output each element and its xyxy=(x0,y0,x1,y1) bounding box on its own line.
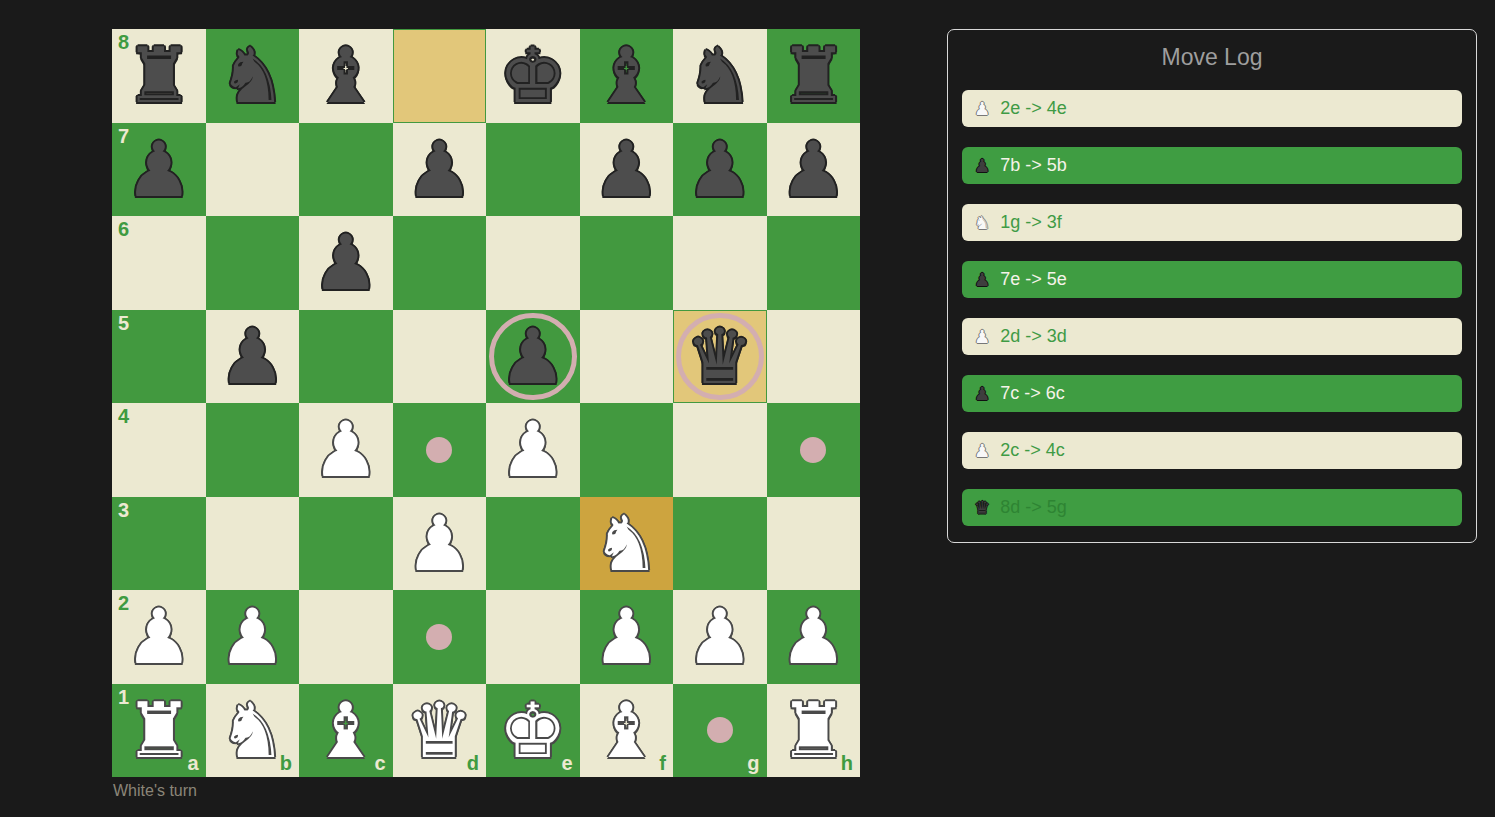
square-h7[interactable]: ♟ xyxy=(767,123,861,217)
square-a6[interactable]: 6 xyxy=(112,216,206,310)
square-f5[interactable] xyxy=(580,310,674,404)
rank-label-2: 2 xyxy=(118,592,129,615)
file-label-e: e xyxy=(561,752,572,775)
move-log-entry-3: ♞1g -> 3f xyxy=(962,204,1462,241)
square-a5[interactable]: 5 xyxy=(112,310,206,404)
legal-move-dot[interactable] xyxy=(707,717,733,743)
square-h3[interactable] xyxy=(767,497,861,591)
piece-black-pawn[interactable]: ♟ xyxy=(686,123,754,217)
rank-label-8: 8 xyxy=(118,31,129,54)
chess-board: 8♜♞♝♚♝♞♜7♟♟♟♟♟6♟5♟♟♛4♟♟3♟♞2♟♟♟♟♟1a♜b♞c♝d… xyxy=(112,29,860,777)
rank-label-1: 1 xyxy=(118,686,129,709)
piece-black-king[interactable]: ♚ xyxy=(499,29,567,123)
piece-white-bishop[interactable]: ♝ xyxy=(592,684,660,778)
square-e6[interactable] xyxy=(486,216,580,310)
piece-black-pawn[interactable]: ♟ xyxy=(218,310,286,404)
move-log-entry-7: ♟2c -> 4c xyxy=(962,432,1462,469)
square-d6[interactable] xyxy=(393,216,487,310)
square-c5[interactable] xyxy=(299,310,393,404)
piece-black-pawn[interactable]: ♟ xyxy=(405,123,473,217)
square-a3[interactable]: 3 xyxy=(112,497,206,591)
black-queen-icon: ♛ xyxy=(974,499,990,517)
file-label-a: a xyxy=(187,752,198,775)
square-d8[interactable] xyxy=(393,29,487,123)
square-e5[interactable]: ♟ xyxy=(486,310,580,404)
square-a2[interactable]: 2♟ xyxy=(112,590,206,684)
move-log-panel: Move Log ♟2e -> 4e♟7b -> 5b♞1g -> 3f♟7e … xyxy=(947,29,1477,543)
square-e4[interactable]: ♟ xyxy=(486,403,580,497)
piece-white-pawn[interactable]: ♟ xyxy=(686,590,754,684)
square-f3[interactable]: ♞ xyxy=(580,497,674,591)
square-a4[interactable]: 4 xyxy=(112,403,206,497)
square-g2[interactable]: ♟ xyxy=(673,590,767,684)
move-log-list: ♟2e -> 4e♟7b -> 5b♞1g -> 3f♟7e -> 5e♟2d … xyxy=(962,90,1462,526)
file-label-c: c xyxy=(374,752,385,775)
file-label-d: d xyxy=(467,752,479,775)
white-knight-icon: ♞ xyxy=(974,214,990,232)
piece-black-pawn[interactable]: ♟ xyxy=(125,123,193,217)
square-h5[interactable] xyxy=(767,310,861,404)
move-text: 2c -> 4c xyxy=(1000,440,1065,461)
square-f6[interactable] xyxy=(580,216,674,310)
square-e3[interactable] xyxy=(486,497,580,591)
square-b3[interactable] xyxy=(206,497,300,591)
square-h1[interactable]: h♜ xyxy=(767,684,861,778)
square-c1[interactable]: c♝ xyxy=(299,684,393,778)
move-log-entry-1: ♟2e -> 4e xyxy=(962,90,1462,127)
square-b8[interactable]: ♞ xyxy=(206,29,300,123)
piece-white-pawn[interactable]: ♟ xyxy=(499,403,567,497)
piece-white-king[interactable]: ♚ xyxy=(499,684,567,778)
file-label-f: f xyxy=(659,752,666,775)
piece-white-rook[interactable]: ♜ xyxy=(779,684,847,778)
white-pawn-icon: ♟ xyxy=(974,442,990,460)
file-label-b: b xyxy=(280,752,292,775)
square-f4[interactable] xyxy=(580,403,674,497)
piece-white-pawn[interactable]: ♟ xyxy=(312,403,380,497)
square-a7[interactable]: 7♟ xyxy=(112,123,206,217)
piece-black-pawn[interactable]: ♟ xyxy=(779,123,847,217)
square-d4[interactable] xyxy=(393,403,487,497)
file-label-g: g xyxy=(747,752,759,775)
square-h6[interactable] xyxy=(767,216,861,310)
rank-label-4: 4 xyxy=(118,405,129,428)
piece-white-pawn[interactable]: ♟ xyxy=(125,590,193,684)
square-c6[interactable]: ♟ xyxy=(299,216,393,310)
square-c4[interactable]: ♟ xyxy=(299,403,393,497)
square-f1[interactable]: f♝ xyxy=(580,684,674,778)
square-g5[interactable]: ♛ xyxy=(673,310,767,404)
move-log-entry-5: ♟2d -> 3d xyxy=(962,318,1462,355)
square-g1[interactable]: g xyxy=(673,684,767,778)
piece-black-rook[interactable]: ♜ xyxy=(125,29,193,123)
piece-black-pawn[interactable]: ♟ xyxy=(592,123,660,217)
piece-black-bishop[interactable]: ♝ xyxy=(592,29,660,123)
move-text: 7b -> 5b xyxy=(1000,155,1067,176)
legal-move-dot[interactable] xyxy=(426,437,452,463)
rank-label-7: 7 xyxy=(118,125,129,148)
square-h8[interactable]: ♜ xyxy=(767,29,861,123)
square-f7[interactable]: ♟ xyxy=(580,123,674,217)
square-d7[interactable]: ♟ xyxy=(393,123,487,217)
square-e8[interactable]: ♚ xyxy=(486,29,580,123)
move-log-entry-8: ♛8d -> 5g xyxy=(962,489,1462,526)
move-log-entry-6: ♟7c -> 6c xyxy=(962,375,1462,412)
square-e1[interactable]: e♚ xyxy=(486,684,580,778)
square-f8[interactable]: ♝ xyxy=(580,29,674,123)
square-a1[interactable]: 1a♜ xyxy=(112,684,206,778)
legal-move-dot[interactable] xyxy=(800,437,826,463)
piece-white-pawn[interactable]: ♟ xyxy=(405,497,473,591)
piece-white-knight[interactable]: ♞ xyxy=(592,497,660,591)
piece-black-pawn[interactable]: ♟ xyxy=(312,216,380,310)
black-pawn-icon: ♟ xyxy=(974,271,990,289)
file-label-h: h xyxy=(841,752,853,775)
square-c8[interactable]: ♝ xyxy=(299,29,393,123)
square-g8[interactable]: ♞ xyxy=(673,29,767,123)
square-b1[interactable]: b♞ xyxy=(206,684,300,778)
white-pawn-icon: ♟ xyxy=(974,100,990,118)
piece-black-rook[interactable]: ♜ xyxy=(779,29,847,123)
square-g6[interactable] xyxy=(673,216,767,310)
rank-label-5: 5 xyxy=(118,312,129,335)
square-b7[interactable] xyxy=(206,123,300,217)
move-log-entry-4: ♟7e -> 5e xyxy=(962,261,1462,298)
square-b4[interactable] xyxy=(206,403,300,497)
legal-move-dot[interactable] xyxy=(426,624,452,650)
square-c2[interactable] xyxy=(299,590,393,684)
white-pawn-icon: ♟ xyxy=(974,328,990,346)
black-pawn-icon: ♟ xyxy=(974,157,990,175)
piece-white-bishop[interactable]: ♝ xyxy=(312,684,380,778)
square-b5[interactable]: ♟ xyxy=(206,310,300,404)
square-g4[interactable] xyxy=(673,403,767,497)
piece-white-knight[interactable]: ♞ xyxy=(218,684,286,778)
square-d5[interactable] xyxy=(393,310,487,404)
square-f2[interactable]: ♟ xyxy=(580,590,674,684)
piece-white-rook[interactable]: ♜ xyxy=(125,684,193,778)
piece-white-pawn[interactable]: ♟ xyxy=(779,590,847,684)
move-text: 2d -> 3d xyxy=(1000,326,1067,347)
move-text: 1g -> 3f xyxy=(1000,212,1062,233)
square-e2[interactable] xyxy=(486,590,580,684)
square-d1[interactable]: d♛ xyxy=(393,684,487,778)
piece-white-queen[interactable]: ♛ xyxy=(405,684,473,778)
piece-black-knight[interactable]: ♞ xyxy=(686,29,754,123)
square-e7[interactable] xyxy=(486,123,580,217)
piece-black-queen[interactable]: ♛ xyxy=(686,310,754,404)
move-log-title: Move Log xyxy=(962,44,1462,71)
square-d2[interactable] xyxy=(393,590,487,684)
piece-black-bishop[interactable]: ♝ xyxy=(312,29,380,123)
square-a8[interactable]: 8♜ xyxy=(112,29,206,123)
rank-label-6: 6 xyxy=(118,218,129,241)
piece-black-knight[interactable]: ♞ xyxy=(218,29,286,123)
rank-label-3: 3 xyxy=(118,499,129,522)
move-text: 7c -> 6c xyxy=(1000,383,1065,404)
square-g7[interactable]: ♟ xyxy=(673,123,767,217)
square-b6[interactable] xyxy=(206,216,300,310)
square-d3[interactable]: ♟ xyxy=(393,497,487,591)
move-text: 8d -> 5g xyxy=(1000,497,1067,518)
move-text: 2e -> 4e xyxy=(1000,98,1067,119)
piece-black-pawn[interactable]: ♟ xyxy=(499,310,567,404)
black-pawn-icon: ♟ xyxy=(974,385,990,403)
piece-white-pawn[interactable]: ♟ xyxy=(592,590,660,684)
square-b2[interactable]: ♟ xyxy=(206,590,300,684)
square-c7[interactable] xyxy=(299,123,393,217)
move-log-entry-2: ♟7b -> 5b xyxy=(962,147,1462,184)
move-text: 7e -> 5e xyxy=(1000,269,1067,290)
square-h4[interactable] xyxy=(767,403,861,497)
square-g3[interactable] xyxy=(673,497,767,591)
square-c3[interactable] xyxy=(299,497,393,591)
square-h2[interactable]: ♟ xyxy=(767,590,861,684)
piece-white-pawn[interactable]: ♟ xyxy=(218,590,286,684)
turn-status: White's turn xyxy=(113,782,197,800)
